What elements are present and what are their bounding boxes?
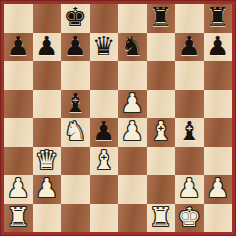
square-d6[interactable] [90,61,119,90]
square-a6[interactable] [4,61,33,90]
square-h2[interactable]: ♟ [204,175,233,204]
square-f8[interactable]: ♜ [147,4,176,33]
piece-white-king[interactable]: ♚ [178,204,201,230]
square-a3[interactable] [4,147,33,176]
piece-black-bishop[interactable]: ♝ [178,118,201,144]
square-b1[interactable] [33,204,62,233]
square-e4[interactable]: ♟ [118,118,147,147]
square-h4[interactable] [204,118,233,147]
piece-white-pawn[interactable]: ♟ [7,175,30,201]
square-b6[interactable] [33,61,62,90]
square-e6[interactable] [118,61,147,90]
square-d2[interactable] [90,175,119,204]
piece-white-bishop[interactable]: ♝ [92,147,115,173]
piece-black-rook[interactable]: ♜ [149,4,172,30]
square-f1[interactable]: ♜ [147,204,176,233]
square-a8[interactable] [4,4,33,33]
piece-black-queen[interactable]: ♛ [92,33,115,59]
square-h3[interactable] [204,147,233,176]
square-g6[interactable] [175,61,204,90]
square-g8[interactable] [175,4,204,33]
square-d5[interactable] [90,90,119,119]
square-h5[interactable] [204,90,233,119]
square-h6[interactable] [204,61,233,90]
chess-board-frame: ♚♜♜♟♟♟♛♞♟♟♝♟♞♟♟♝♝♛♝♟♟♟♟♜♜♚ [0,0,236,236]
square-d7[interactable]: ♛ [90,33,119,62]
piece-black-pawn[interactable]: ♟ [35,33,58,59]
square-e1[interactable] [118,204,147,233]
square-e3[interactable] [118,147,147,176]
square-g5[interactable] [175,90,204,119]
square-e7[interactable]: ♞ [118,33,147,62]
square-c4[interactable]: ♞ [61,118,90,147]
piece-white-rook[interactable]: ♜ [7,204,30,230]
piece-black-pawn[interactable]: ♟ [92,118,115,144]
piece-black-bishop[interactable]: ♝ [64,90,87,116]
piece-white-pawn[interactable]: ♟ [35,175,58,201]
square-g7[interactable]: ♟ [175,33,204,62]
piece-black-pawn[interactable]: ♟ [64,33,87,59]
square-a1[interactable]: ♜ [4,204,33,233]
square-c5[interactable]: ♝ [61,90,90,119]
piece-black-rook[interactable]: ♜ [206,4,229,30]
square-f7[interactable] [147,33,176,62]
square-c8[interactable]: ♚ [61,4,90,33]
piece-black-pawn[interactable]: ♟ [206,33,229,59]
square-f6[interactable] [147,61,176,90]
square-c3[interactable] [61,147,90,176]
piece-black-king[interactable]: ♚ [64,4,87,30]
square-e2[interactable] [118,175,147,204]
piece-white-queen[interactable]: ♛ [35,147,58,173]
square-b7[interactable]: ♟ [33,33,62,62]
piece-white-bishop[interactable]: ♝ [149,118,172,144]
chess-board: ♚♜♜♟♟♟♛♞♟♟♝♟♞♟♟♝♝♛♝♟♟♟♟♜♜♚ [4,4,232,232]
square-c2[interactable] [61,175,90,204]
square-g1[interactable]: ♚ [175,204,204,233]
square-a4[interactable] [4,118,33,147]
square-h7[interactable]: ♟ [204,33,233,62]
square-c6[interactable] [61,61,90,90]
square-d4[interactable]: ♟ [90,118,119,147]
square-f4[interactable]: ♝ [147,118,176,147]
square-d8[interactable] [90,4,119,33]
square-d1[interactable] [90,204,119,233]
piece-black-pawn[interactable]: ♟ [7,33,30,59]
square-a2[interactable]: ♟ [4,175,33,204]
square-a5[interactable] [4,90,33,119]
piece-white-rook[interactable]: ♜ [149,204,172,230]
piece-black-pawn[interactable]: ♟ [178,33,201,59]
square-d3[interactable]: ♝ [90,147,119,176]
piece-white-pawn[interactable]: ♟ [206,175,229,201]
square-b4[interactable] [33,118,62,147]
piece-white-knight[interactable]: ♞ [64,118,87,144]
square-f2[interactable] [147,175,176,204]
square-g3[interactable] [175,147,204,176]
square-h8[interactable]: ♜ [204,4,233,33]
square-b2[interactable]: ♟ [33,175,62,204]
square-b5[interactable] [33,90,62,119]
square-f5[interactable] [147,90,176,119]
square-a7[interactable]: ♟ [4,33,33,62]
piece-white-pawn[interactable]: ♟ [178,175,201,201]
square-h1[interactable] [204,204,233,233]
piece-white-pawn[interactable]: ♟ [121,90,144,116]
square-f3[interactable] [147,147,176,176]
square-b3[interactable]: ♛ [33,147,62,176]
square-g4[interactable]: ♝ [175,118,204,147]
square-b8[interactable] [33,4,62,33]
piece-black-knight[interactable]: ♞ [121,33,144,59]
square-c1[interactable] [61,204,90,233]
square-c7[interactable]: ♟ [61,33,90,62]
square-e5[interactable]: ♟ [118,90,147,119]
piece-white-pawn[interactable]: ♟ [121,118,144,144]
square-g2[interactable]: ♟ [175,175,204,204]
square-e8[interactable] [118,4,147,33]
